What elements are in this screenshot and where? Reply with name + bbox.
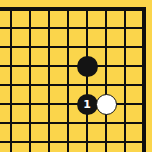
move-number-label: 1 [83,98,91,109]
board-grid[interactable]: 1 [2,0,153,152]
go-board-diagram: 1 [0,0,152,152]
black-stone-move-1[interactable]: 1 [77,94,98,115]
white-stone[interactable] [96,94,117,115]
black-stone[interactable] [77,56,98,77]
